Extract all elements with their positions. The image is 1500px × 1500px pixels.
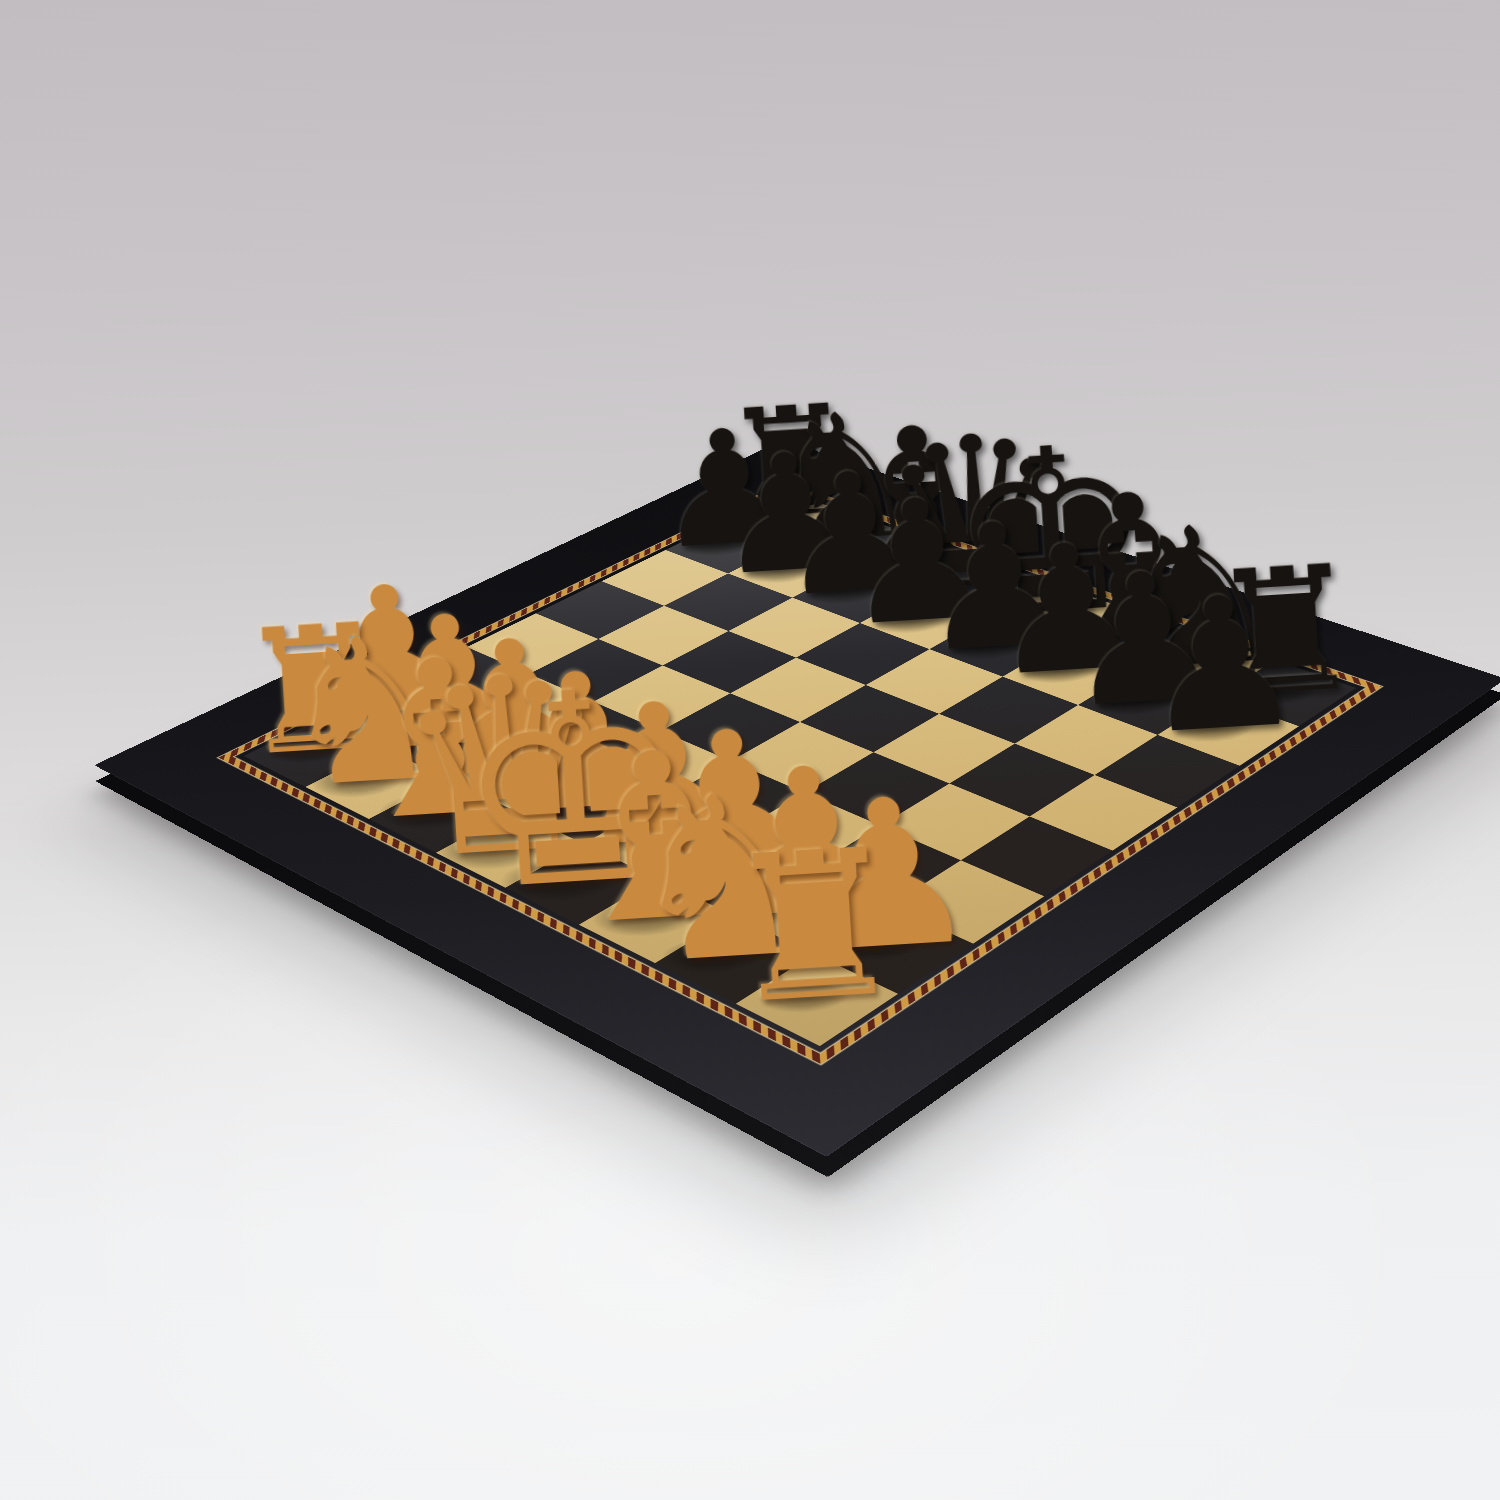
black-pawn-h7[interactable]: ♟ bbox=[1108, 567, 1337, 762]
pieces-layer: ♜♟♞♝♟♟♛♚♟♝♟♟♟♞♜♜♟♟♟♟♞♝♟♟♛♟♚♝♟♟♞♜ bbox=[0, 0, 1500, 1500]
white-rook-h1[interactable]: ♜ bbox=[688, 819, 942, 1035]
scene-rotation-wrapper: ♜♟♞♝♟♟♛♚♟♝♟♟♟♞♜♜♟♟♟♟♞♝♟♟♛♟♚♝♟♟♞♜ bbox=[0, 0, 1500, 1500]
studio-backdrop: ♜♟♞♝♟♟♛♚♟♝♟♟♟♞♜♜♟♟♟♟♞♝♟♟♛♟♚♝♟♟♞♜ bbox=[0, 0, 1500, 1500]
